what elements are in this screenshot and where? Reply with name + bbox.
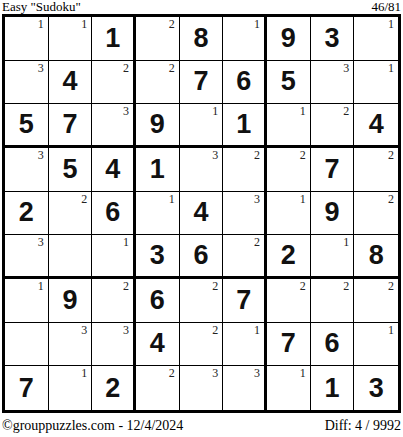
cell-corner-mark: 1 xyxy=(254,324,260,336)
sudoku-cell: 2 xyxy=(92,366,136,410)
cell-value: 1 xyxy=(324,375,339,402)
cell-corner-mark: 1 xyxy=(169,193,175,205)
cell-value: 3 xyxy=(150,242,165,269)
cell-corner-mark: 3 xyxy=(81,324,87,336)
sudoku-cell[interactable]: 3 xyxy=(49,323,93,367)
cell-corner-mark: 3 xyxy=(343,62,349,74)
sudoku-cell: 2 xyxy=(5,192,49,236)
cell-value: 6 xyxy=(324,330,339,357)
sudoku-cell[interactable]: 1 xyxy=(354,323,398,367)
sudoku-cell[interactable]: 3 xyxy=(5,235,49,279)
sudoku-cell: 9 xyxy=(311,192,355,236)
sudoku-cell[interactable]: 1 xyxy=(267,192,311,236)
cell-corner-mark: 1 xyxy=(388,18,394,30)
sudoku-cell: 3 xyxy=(136,235,180,279)
cell-value: 8 xyxy=(193,25,208,52)
sudoku-cell[interactable]: 3 xyxy=(223,192,267,236)
sudoku-cell: 8 xyxy=(180,17,224,61)
cell-corner-mark: 1 xyxy=(81,367,87,379)
cell-value: 7 xyxy=(193,68,208,95)
cell-corner-mark: 2 xyxy=(388,193,394,205)
sudoku-cell[interactable]: 3 xyxy=(180,148,224,192)
cell-value: 6 xyxy=(150,287,165,314)
cell-corner-mark: 2 xyxy=(81,193,87,205)
cell-value: 9 xyxy=(281,25,296,52)
puzzle-title: Easy "Sudoku" xyxy=(2,0,81,13)
cell-value: 1 xyxy=(150,156,165,183)
cell-value: 3 xyxy=(369,375,384,402)
cell-value: 8 xyxy=(369,242,384,269)
sudoku-cell[interactable]: 2 xyxy=(267,279,311,323)
sudoku-cell[interactable]: 2 xyxy=(223,235,267,279)
sudoku-cell[interactable]: 1 xyxy=(223,323,267,367)
sudoku-cell: 4 xyxy=(180,192,224,236)
sudoku-cell[interactable] xyxy=(5,323,49,367)
cell-corner-mark: 1 xyxy=(38,18,44,30)
cell-value: 9 xyxy=(324,199,339,226)
cell-value: 4 xyxy=(150,330,165,357)
cell-corner-mark: 3 xyxy=(254,367,260,379)
sudoku-cell[interactable]: 3 xyxy=(223,366,267,410)
cell-corner-mark: 3 xyxy=(123,105,129,117)
copyright-text: ©grouppuzzles.com - 12/4/2024 xyxy=(2,419,183,433)
cell-corner-mark: 1 xyxy=(81,18,87,30)
cell-corner-mark: 2 xyxy=(169,62,175,74)
sudoku-cell: 7 xyxy=(180,61,224,105)
sudoku-cell[interactable]: 2 xyxy=(92,279,136,323)
sudoku-cell: 6 xyxy=(136,279,180,323)
sudoku-cell: 6 xyxy=(311,323,355,367)
cell-value: 6 xyxy=(193,242,208,269)
sudoku-cell[interactable] xyxy=(49,235,93,279)
sudoku-cell[interactable]: 3 xyxy=(311,61,355,105)
cell-value: 2 xyxy=(105,375,120,402)
sudoku-cell: 4 xyxy=(136,323,180,367)
sudoku-cell[interactable]: 1 xyxy=(92,235,136,279)
sudoku-cell[interactable]: 1 xyxy=(267,104,311,148)
sudoku-cell[interactable]: 1 xyxy=(5,17,49,61)
cell-corner-mark: 3 xyxy=(123,324,129,336)
cell-value: 3 xyxy=(324,25,339,52)
sudoku-cell: 2 xyxy=(267,235,311,279)
sudoku-cell: 8 xyxy=(354,235,398,279)
cell-corner-mark: 1 xyxy=(300,367,306,379)
footer: ©grouppuzzles.com - 12/4/2024 Diff: 4 / … xyxy=(2,419,401,433)
sudoku-cell: 6 xyxy=(180,235,224,279)
sudoku-cell: 7 xyxy=(5,366,49,410)
cell-value: 4 xyxy=(105,156,120,183)
cell-corner-mark: 1 xyxy=(343,236,349,248)
sudoku-cell[interactable]: 3 xyxy=(92,323,136,367)
sudoku-cell: 4 xyxy=(354,104,398,148)
sudoku-cell: 5 xyxy=(267,61,311,105)
sudoku-cell[interactable]: 2 xyxy=(311,279,355,323)
sudoku-cell: 5 xyxy=(49,148,93,192)
sudoku-cell[interactable]: 2 xyxy=(311,104,355,148)
sudoku-cell[interactable]: 2 xyxy=(354,192,398,236)
sudoku-cell[interactable]: 2 xyxy=(223,148,267,192)
sudoku-board: 1112819313422765315739111243541322722261… xyxy=(2,14,401,413)
cell-corner-mark: 2 xyxy=(212,280,218,292)
cell-value: 5 xyxy=(62,156,77,183)
sudoku-cell[interactable]: 2 xyxy=(136,366,180,410)
cell-value: 1 xyxy=(236,111,251,138)
sudoku-page: Easy "Sudoku" 46/81 11128193134227653157… xyxy=(0,0,403,437)
sudoku-cell: 4 xyxy=(92,148,136,192)
sudoku-cell: 7 xyxy=(49,104,93,148)
sudoku-cell: 3 xyxy=(354,366,398,410)
header: Easy "Sudoku" 46/81 xyxy=(2,0,401,14)
cell-corner-mark: 3 xyxy=(254,193,260,205)
cell-corner-mark: 1 xyxy=(300,105,306,117)
cell-value: 1 xyxy=(105,25,120,52)
cell-value: 2 xyxy=(281,242,296,269)
sudoku-cell: 1 xyxy=(223,104,267,148)
cell-corner-mark: 2 xyxy=(388,149,394,161)
sudoku-cell[interactable]: 3 xyxy=(92,104,136,148)
sudoku-cell[interactable]: 2 xyxy=(267,148,311,192)
cell-value: 7 xyxy=(236,287,251,314)
cell-corner-mark: 2 xyxy=(123,62,129,74)
cell-corner-mark: 1 xyxy=(123,236,129,248)
sudoku-cell[interactable]: 2 xyxy=(354,148,398,192)
sudoku-cell: 6 xyxy=(223,61,267,105)
cell-value: 6 xyxy=(105,199,120,226)
cell-corner-mark: 1 xyxy=(300,193,306,205)
sudoku-cell[interactable]: 3 xyxy=(180,366,224,410)
sudoku-cell[interactable]: 2 xyxy=(136,61,180,105)
sudoku-cell[interactable]: 2 xyxy=(180,323,224,367)
cell-value: 5 xyxy=(281,68,296,95)
cell-corner-mark: 2 xyxy=(343,280,349,292)
sudoku-cell[interactable]: 1 xyxy=(267,366,311,410)
cell-corner-mark: 2 xyxy=(388,280,394,292)
sudoku-cell[interactable]: 2 xyxy=(354,279,398,323)
cell-corner-mark: 3 xyxy=(212,149,218,161)
remaining-count: 46/81 xyxy=(371,0,401,13)
sudoku-cell[interactable]: 3 xyxy=(5,148,49,192)
cell-value: 2 xyxy=(19,199,34,226)
sudoku-cell[interactable]: 3 xyxy=(5,61,49,105)
sudoku-cell[interactable]: 1 xyxy=(354,61,398,105)
sudoku-cell: 7 xyxy=(223,279,267,323)
sudoku-cell[interactable]: 2 xyxy=(136,17,180,61)
sudoku-cell: 9 xyxy=(136,104,180,148)
cell-value: 7 xyxy=(62,111,77,138)
cell-corner-mark: 2 xyxy=(300,149,306,161)
sudoku-cell[interactable]: 2 xyxy=(180,279,224,323)
cell-value: 7 xyxy=(19,375,34,402)
cell-corner-mark: 3 xyxy=(212,367,218,379)
sudoku-cell[interactable]: 1 xyxy=(136,192,180,236)
cell-value: 9 xyxy=(62,287,77,314)
cell-corner-mark: 2 xyxy=(212,324,218,336)
sudoku-cell[interactable]: 1 xyxy=(49,366,93,410)
cell-corner-mark: 1 xyxy=(388,62,394,74)
cell-value: 4 xyxy=(62,68,77,95)
cell-corner-mark: 1 xyxy=(388,324,394,336)
cell-value: 9 xyxy=(150,111,165,138)
sudoku-cell[interactable]: 2 xyxy=(49,192,93,236)
sudoku-cell[interactable]: 1 xyxy=(49,17,93,61)
cell-corner-mark: 2 xyxy=(254,236,260,248)
sudoku-cell: 4 xyxy=(49,61,93,105)
cell-value: 5 xyxy=(19,111,34,138)
sudoku-cell[interactable]: 1 xyxy=(354,17,398,61)
cell-value: 7 xyxy=(324,156,339,183)
sudoku-cell[interactable]: 1 xyxy=(311,235,355,279)
cell-value: 7 xyxy=(281,330,296,357)
sudoku-cell: 9 xyxy=(267,17,311,61)
sudoku-cell[interactable]: 1 xyxy=(180,104,224,148)
sudoku-cell: 7 xyxy=(311,148,355,192)
cell-corner-mark: 2 xyxy=(123,280,129,292)
cell-value: 6 xyxy=(236,68,251,95)
cell-value: 4 xyxy=(193,199,208,226)
sudoku-cell: 1 xyxy=(311,366,355,410)
sudoku-cell: 7 xyxy=(267,323,311,367)
cell-corner-mark: 2 xyxy=(169,367,175,379)
cell-value: 4 xyxy=(369,111,384,138)
cell-corner-mark: 2 xyxy=(169,18,175,30)
sudoku-cell: 5 xyxy=(5,104,49,148)
sudoku-cell[interactable]: 1 xyxy=(223,17,267,61)
sudoku-cell: 1 xyxy=(136,148,180,192)
cell-corner-mark: 1 xyxy=(212,105,218,117)
cell-corner-mark: 1 xyxy=(254,18,260,30)
sudoku-cell: 1 xyxy=(92,17,136,61)
cell-corner-mark: 2 xyxy=(343,105,349,117)
sudoku-cell[interactable]: 1 xyxy=(5,279,49,323)
cell-corner-mark: 2 xyxy=(300,280,306,292)
cell-corner-mark: 3 xyxy=(38,62,44,74)
cell-corner-mark: 3 xyxy=(38,236,44,248)
cell-corner-mark: 1 xyxy=(38,280,44,292)
difficulty-text: Diff: 4 / 9992 xyxy=(325,419,401,433)
cell-corner-mark: 3 xyxy=(38,149,44,161)
sudoku-cell: 6 xyxy=(92,192,136,236)
sudoku-cell[interactable]: 2 xyxy=(92,61,136,105)
sudoku-cell: 3 xyxy=(311,17,355,61)
cell-corner-mark: 2 xyxy=(254,149,260,161)
sudoku-cell: 9 xyxy=(49,279,93,323)
